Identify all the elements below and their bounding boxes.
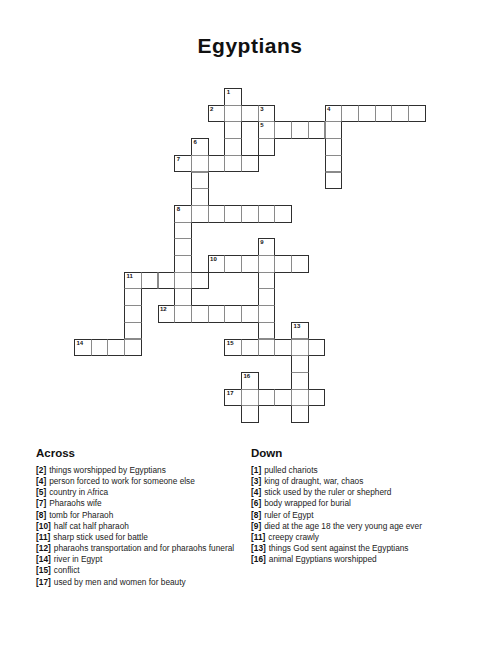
grid-cell[interactable] <box>174 238 192 256</box>
clue-text: animal Egyptians worshipped <box>269 554 377 564</box>
grid-cell[interactable] <box>274 389 292 407</box>
clue-text: creepy crawly <box>268 532 319 542</box>
across-heading: Across <box>36 447 246 459</box>
clue-number: [10] <box>36 521 51 531</box>
clue-text: sharp stick used for battle <box>53 532 148 542</box>
grid-cell[interactable] <box>241 155 259 173</box>
grid-cell[interactable] <box>208 305 226 323</box>
cell-number: 10 <box>210 256 217 263</box>
grid-cell[interactable]: 7 <box>174 155 192 173</box>
grid-cell[interactable]: 1 <box>224 88 242 106</box>
clue-item: [2]things worshipped by Egyptians <box>36 465 246 476</box>
clue-item: [12]pharaohs transportation and for phar… <box>36 543 246 554</box>
grid-cell[interactable] <box>291 389 309 407</box>
grid-cell[interactable] <box>224 255 242 273</box>
grid-cell[interactable]: 11 <box>124 272 142 290</box>
grid-cell[interactable] <box>325 172 343 190</box>
grid-cell[interactable]: 10 <box>208 255 226 273</box>
clue-text: tomb for Pharaoh <box>49 510 113 520</box>
grid-cell[interactable] <box>224 105 242 123</box>
grid-cell[interactable]: 13 <box>291 322 309 340</box>
grid-cell[interactable] <box>291 339 309 357</box>
grid-cell[interactable]: 4 <box>325 105 343 123</box>
grid-cell[interactable] <box>241 305 259 323</box>
grid-cell[interactable] <box>291 372 309 390</box>
grid-cell[interactable]: 2 <box>208 105 226 123</box>
grid-cell[interactable] <box>258 288 276 306</box>
clue-number: [7] <box>36 498 46 508</box>
clue-text: things God sent against the Egyptians <box>269 543 409 553</box>
grid-cell[interactable] <box>308 389 326 407</box>
clue-text: king of draught, war, chaos <box>264 476 363 486</box>
grid-cell[interactable] <box>224 205 242 223</box>
grid-cell[interactable] <box>258 272 276 290</box>
cell-number: 6 <box>193 139 196 146</box>
clue-item: [11]creepy crawly <box>251 532 481 543</box>
clue-item: [3]king of draught, war, chaos <box>251 476 481 487</box>
clue-number: [2] <box>36 465 46 475</box>
grid-cell[interactable] <box>124 339 142 357</box>
grid-cell[interactable]: 9 <box>258 238 276 256</box>
clue-text: used by men and women for beauty <box>54 577 186 587</box>
clue-number: [16] <box>251 554 266 564</box>
grid-cell[interactable] <box>174 288 192 306</box>
cell-number: 14 <box>77 340 84 347</box>
grid-cell[interactable] <box>124 305 142 323</box>
across-column: Across [2]things worshipped by Egyptians… <box>36 447 246 588</box>
grid-cell[interactable] <box>174 255 192 273</box>
grid-cell[interactable] <box>274 121 292 139</box>
grid-cell[interactable] <box>158 272 176 290</box>
grid-cell[interactable] <box>191 305 209 323</box>
grid-cell[interactable] <box>107 339 125 357</box>
grid-cell[interactable] <box>224 121 242 139</box>
clue-number: [8] <box>251 510 261 520</box>
grid-cell[interactable] <box>241 105 259 123</box>
clue-text: body wrapped for burial <box>264 498 351 508</box>
grid-cell[interactable] <box>241 255 259 273</box>
grid-cell[interactable] <box>174 272 192 290</box>
grid-cell[interactable] <box>224 305 242 323</box>
clue-number: [11] <box>36 532 50 542</box>
grid-cell[interactable]: 17 <box>224 389 242 407</box>
clue-number: [12] <box>36 543 51 553</box>
clue-number: [14] <box>36 554 51 564</box>
cell-number: 16 <box>244 373 251 380</box>
grid-cell[interactable] <box>291 355 309 373</box>
grid-cell[interactable] <box>274 255 292 273</box>
cell-number: 9 <box>260 239 263 246</box>
clue-item: [7]Pharaohs wife <box>36 498 246 509</box>
grid-cell[interactable] <box>258 322 276 340</box>
clue-item: [15]conflict <box>36 565 246 576</box>
clue-number: [11] <box>251 532 265 542</box>
grid-cell[interactable] <box>408 105 426 123</box>
cell-number: 8 <box>177 206 180 213</box>
grid-cell[interactable] <box>191 272 209 290</box>
crossword-page: Egyptians 1234567891011121314151617 Acro… <box>0 0 500 647</box>
grid-cell[interactable]: 6 <box>191 138 209 156</box>
across-clue-list: [2]things worshipped by Egyptians[4]pers… <box>36 465 246 588</box>
grid-cell[interactable]: 8 <box>174 205 192 223</box>
grid-cell[interactable]: 15 <box>224 339 242 357</box>
grid-cell[interactable] <box>291 121 309 139</box>
clue-item: [1]pulled chariots <box>251 465 481 476</box>
clue-item: [10]half cat half pharaoh <box>36 521 246 532</box>
grid-cell[interactable] <box>191 205 209 223</box>
grid-cell[interactable] <box>224 155 242 173</box>
clue-text: pulled chariots <box>264 465 318 475</box>
down-clue-list: [1]pulled chariots[3]king of draught, wa… <box>251 465 481 565</box>
cell-number: 13 <box>294 323 301 330</box>
clue-item: [11]sharp stick used for battle <box>36 532 246 543</box>
grid-cell[interactable] <box>291 255 309 273</box>
grid-cell[interactable] <box>308 339 326 357</box>
cell-number: 15 <box>227 340 234 347</box>
grid-cell[interactable] <box>174 305 192 323</box>
grid-cell[interactable] <box>208 155 226 173</box>
grid-cell[interactable] <box>241 205 259 223</box>
clue-number: [5] <box>36 487 46 497</box>
cell-number: 3 <box>260 106 263 113</box>
clue-number: [15] <box>36 565 51 575</box>
clue-item: [6]body wrapped for burial <box>251 498 481 509</box>
grid-cell[interactable] <box>258 138 276 156</box>
clue-item: [14]river in Egypt <box>36 554 246 565</box>
grid-cell[interactable] <box>308 121 326 139</box>
grid-cell[interactable] <box>341 105 359 123</box>
clue-number: [13] <box>251 543 266 553</box>
clue-item: [9]died at the age 18 the very young age… <box>251 521 481 532</box>
crossword-grid: 1234567891011121314151617 <box>0 0 500 450</box>
grid-cell[interactable] <box>325 155 343 173</box>
grid-cell[interactable]: 12 <box>158 305 176 323</box>
clue-item: [8]ruler of Egypt <box>251 510 481 521</box>
grid-cell[interactable] <box>375 105 393 123</box>
grid-cell[interactable] <box>325 121 343 139</box>
clue-text: person forced to work for someone else <box>49 476 195 486</box>
grid-cell[interactable] <box>258 389 276 407</box>
grid-cell[interactable] <box>91 339 109 357</box>
clue-item: [8]tomb for Pharaoh <box>36 510 246 521</box>
grid-cell[interactable] <box>258 339 276 357</box>
cell-number: 7 <box>177 156 180 163</box>
cell-number: 12 <box>160 306 167 313</box>
clue-text: river in Egypt <box>54 554 102 564</box>
grid-cell[interactable] <box>174 222 192 240</box>
clue-item: [4]stick used by the ruler or shepherd <box>251 487 481 498</box>
cell-number: 1 <box>227 89 230 96</box>
clue-item: [16]animal Egyptians worshipped <box>251 554 481 565</box>
grid-cell[interactable] <box>191 155 209 173</box>
grid-cell[interactable] <box>358 105 376 123</box>
grid-cell[interactable] <box>258 205 276 223</box>
clue-number: [6] <box>251 498 261 508</box>
cell-number: 17 <box>227 390 234 397</box>
clue-number: [8] <box>36 510 46 520</box>
grid-cell[interactable] <box>291 405 309 423</box>
grid-cell[interactable] <box>274 339 292 357</box>
down-heading: Down <box>251 447 481 459</box>
cell-number: 4 <box>327 106 330 113</box>
clue-text: country in Africa <box>49 487 108 497</box>
grid-cell[interactable] <box>141 272 159 290</box>
cell-number: 2 <box>210 106 213 113</box>
clue-number: [3] <box>251 476 261 486</box>
grid-cell[interactable] <box>241 389 259 407</box>
grid-cell[interactable] <box>241 339 259 357</box>
clue-text: pharaohs transportation and for pharaohs… <box>54 543 234 553</box>
clue-item: [5]country in Africa <box>36 487 246 498</box>
down-column: Down [1]pulled chariots[3]king of draugh… <box>251 447 481 565</box>
grid-cell[interactable] <box>191 188 209 206</box>
grid-cell[interactable] <box>391 105 409 123</box>
cell-number: 11 <box>127 273 133 280</box>
grid-cell[interactable] <box>208 205 226 223</box>
clue-text: half cat half pharaoh <box>54 521 129 531</box>
grid-cell[interactable] <box>274 205 292 223</box>
clue-item: [4]person forced to work for someone els… <box>36 476 246 487</box>
clue-text: things worshipped by Egyptians <box>49 465 166 475</box>
grid-cell[interactable]: 16 <box>241 372 259 390</box>
grid-cell[interactable] <box>258 255 276 273</box>
clue-number: [4] <box>36 476 46 486</box>
clue-number: [4] <box>251 487 261 497</box>
clue-text: stick used by the ruler or shepherd <box>264 487 391 497</box>
grid-cell[interactable] <box>124 288 142 306</box>
grid-cell[interactable] <box>258 305 276 323</box>
cell-number: 5 <box>260 122 263 129</box>
grid-cell[interactable]: 14 <box>74 339 92 357</box>
clue-number: [17] <box>36 577 51 587</box>
grid-cell[interactable] <box>224 138 242 156</box>
clue-text: died at the age 18 the very young age ev… <box>264 521 422 531</box>
clue-text: Pharaohs wife <box>49 498 102 508</box>
clue-text: conflict <box>54 565 80 575</box>
grid-cell[interactable] <box>325 138 343 156</box>
clue-item: [17]used by men and women for beauty <box>36 577 246 588</box>
clue-item: [13]things God sent against the Egyptian… <box>251 543 481 554</box>
clue-number: [9] <box>251 521 261 531</box>
clue-number: [1] <box>251 465 261 475</box>
grid-cell[interactable] <box>191 172 209 190</box>
grid-cell[interactable] <box>124 322 142 340</box>
grid-cell[interactable] <box>241 405 259 423</box>
clue-text: ruler of Egypt <box>264 510 313 520</box>
grid-cell[interactable]: 5 <box>258 121 276 139</box>
grid-cell[interactable]: 3 <box>258 105 276 123</box>
